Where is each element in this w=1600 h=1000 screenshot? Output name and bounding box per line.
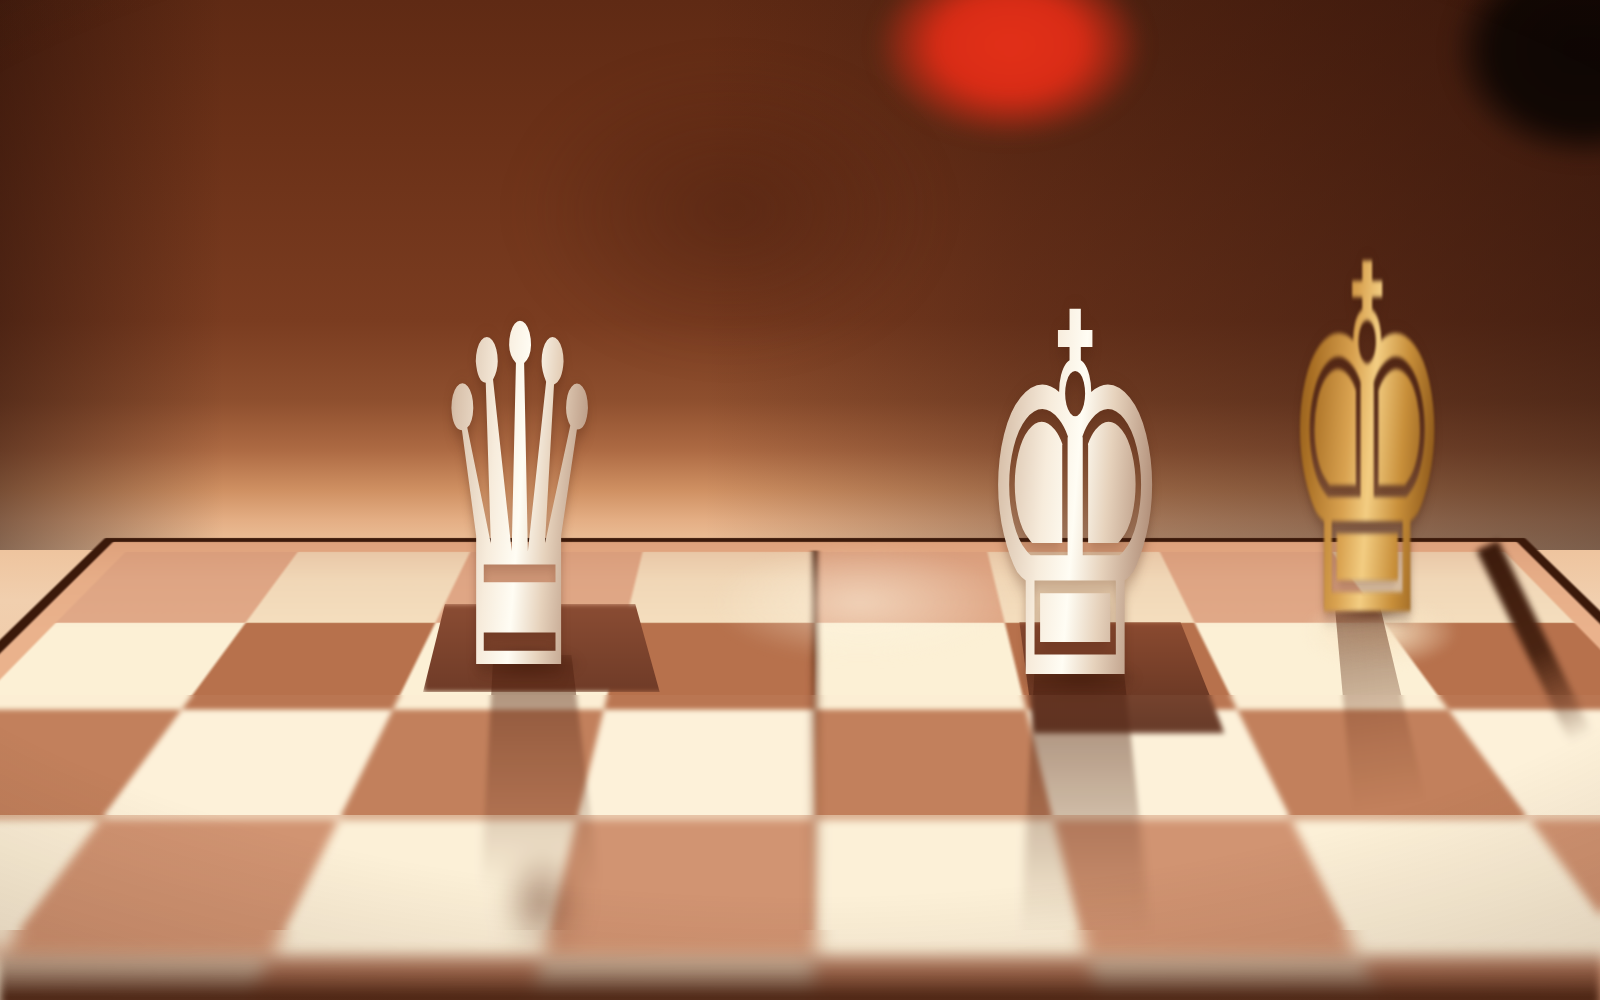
white-queen-glyph: ♛ xyxy=(429,319,610,686)
piece-white-king-f7[interactable]: ♚ xyxy=(945,284,1205,682)
square-e4[interactable] xyxy=(815,959,1133,1000)
piece-white-queen-c7[interactable]: ♛ xyxy=(395,292,645,672)
chess-photo-scene: ♛ ♚ ♚ xyxy=(0,0,1600,1000)
piece-gold-king-h7[interactable]: ♚ xyxy=(1272,244,1462,618)
square-e5[interactable] xyxy=(815,818,1087,958)
square-d8[interactable] xyxy=(625,552,815,623)
white-king-glyph: ♚ xyxy=(976,306,1173,696)
square-g4[interactable] xyxy=(1359,959,1600,1000)
gold-king-glyph: ♚ xyxy=(1281,258,1453,632)
red-blur-object xyxy=(830,0,1190,170)
square-d4[interactable] xyxy=(497,959,815,1000)
square-d5[interactable] xyxy=(543,818,815,958)
square-d6[interactable] xyxy=(577,710,815,819)
dark-corner-object xyxy=(1415,0,1600,190)
square-b4[interactable] xyxy=(0,959,271,1000)
